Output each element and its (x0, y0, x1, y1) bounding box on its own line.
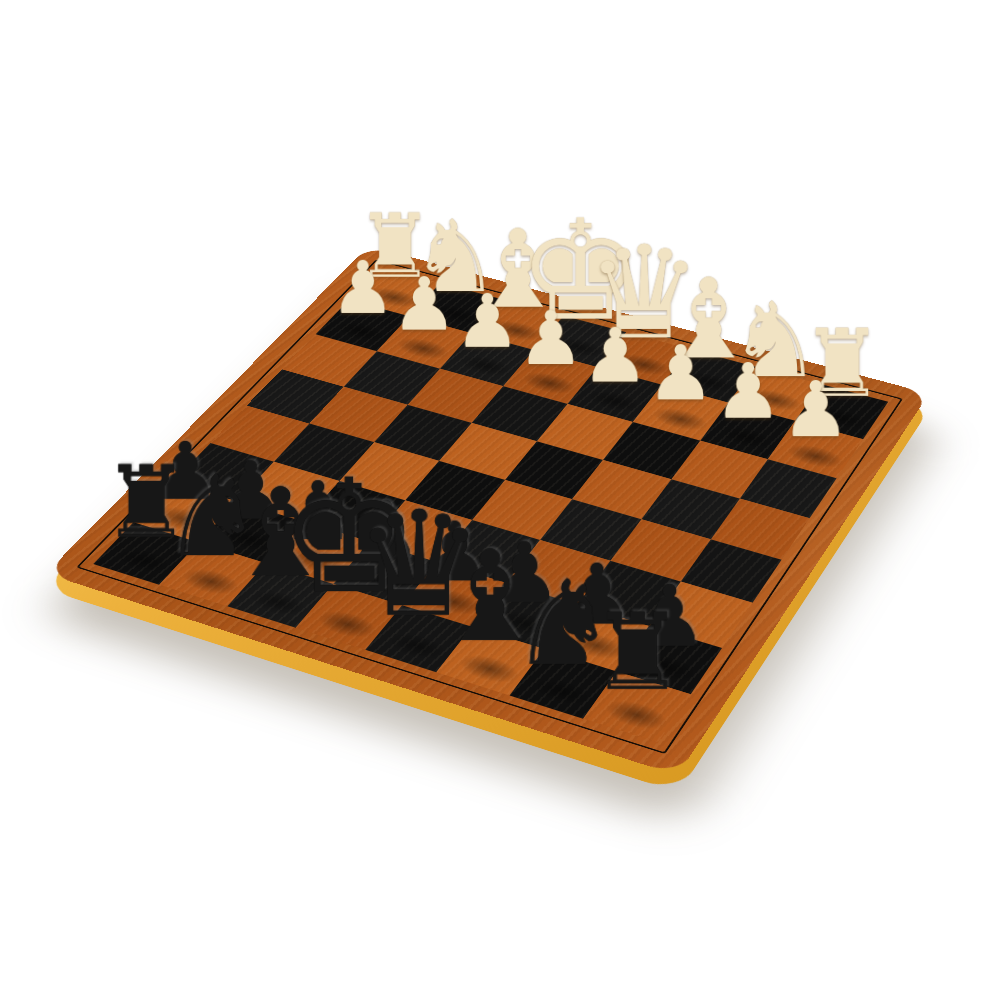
white-pawn-glyph: ♟ (392, 268, 458, 341)
board-surface: ♜♞♝♚♛♝♞♜♟♟♟♟♟♟♟♟♟♟♟♟♟♟♟♟♜♞♝♚♛♝♞♜ (46, 246, 930, 775)
board-scene: ♜♞♝♚♛♝♞♜♟♟♟♟♟♟♟♟♟♟♟♟♟♟♟♟♜♞♝♚♛♝♞♜ (0, 0, 1000, 1000)
product-photo: ♜♞♝♚♛♝♞♜♟♟♟♟♟♟♟♟♟♟♟♟♟♟♟♟♜♞♝♚♛♝♞♜ (0, 0, 1000, 1000)
white-pawn-glyph: ♟ (582, 318, 649, 393)
white-pawn-glyph: ♟ (714, 353, 782, 429)
black-rook-glyph: ♜ (590, 600, 685, 706)
white-pawn-glyph: ♟ (781, 371, 850, 448)
chess-board: ♜♞♝♚♛♝♞♜♟♟♟♟♟♟♟♟♟♟♟♟♟♟♟♟♜♞♝♚♛♝♞♜ (46, 246, 930, 775)
white-pawn-glyph: ♟ (647, 336, 715, 412)
white-pawn-glyph: ♟ (330, 252, 395, 325)
white-pawn-glyph: ♟ (454, 284, 520, 358)
white-pawn-glyph: ♟ (517, 301, 584, 375)
